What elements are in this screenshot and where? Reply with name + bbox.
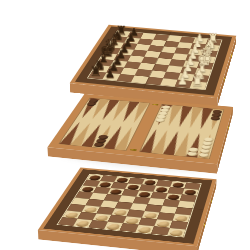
checkers-square: [153, 186, 170, 193]
backgammon-checker-light: [201, 145, 212, 150]
chess-board: ♜♟♟♜♞♟♟♞♝♟♟♝♛♟♟♛♚♟♟♚♝♟♟♝♞♟♟♞♜♟♟♜: [70, 25, 237, 98]
backgammon-checker-dark: [98, 135, 109, 140]
brass-latch: [204, 222, 205, 229]
backgammon-point-bottom: [103, 125, 126, 149]
backgammon-checker-dark: [86, 102, 96, 106]
chess-playing-field: ♜♟♟♜♞♟♟♞♝♟♟♝♛♟♟♛♚♟♟♚♝♟♟♝♞♟♟♞♜♟♟♜: [87, 30, 223, 90]
chess-square: [131, 50, 148, 57]
chess-piece-white-rook: ♜: [191, 74, 204, 88]
backgammon-left-field: [58, 98, 150, 151]
backgammon-point-bottom: [59, 121, 84, 144]
checker-disc-light: [157, 220, 170, 226]
backgammon-point-bottom: [151, 130, 172, 155]
backgammon-point-bottom: [114, 126, 137, 150]
checkers-square: [89, 220, 108, 229]
chess-piece-black-pawn: ♟: [105, 68, 115, 80]
backgammon-checker-dark: [94, 142, 106, 147]
checkers-square: [180, 194, 197, 202]
checker-disc-light: [107, 223, 121, 229]
backgammon-point-bottom: [163, 131, 183, 156]
backgammon-checker-light: [200, 148, 211, 153]
checker-disc-dark: [156, 187, 168, 192]
product-photo-canvas: ♜♟♟♜♞♟♟♞♝♟♟♝♛♟♟♛♚♟♟♚♝♟♟♝♞♟♟♞♜♟♟♜: [0, 0, 250, 250]
brass-latch: [222, 146, 223, 153]
checker-disc-light: [95, 214, 109, 220]
checkers-square: [123, 216, 142, 225]
checker-disc-light: [138, 226, 152, 233]
backgammon-checker-light: [199, 152, 210, 157]
backgammon-board: [47, 94, 233, 164]
chess-piece-black-rook: ♜: [89, 65, 101, 79]
checker-disc-dark: [89, 175, 102, 180]
checker-disc-light: [76, 220, 90, 226]
backgammon-point-bottom: [70, 122, 95, 146]
backgammon-point-bottom: [174, 132, 194, 157]
backgammon-point-bottom: [92, 124, 116, 148]
backgammon-checker-dark: [210, 116, 220, 120]
backgammon-point-bottom: [140, 129, 162, 153]
checkers-playing-field: [57, 174, 202, 238]
checker-disc-dark: [81, 186, 94, 191]
brass-latch: [211, 197, 212, 203]
chess-square: ♜: [190, 81, 207, 89]
checker-disc-light: [126, 217, 140, 223]
checkers-square: [167, 228, 186, 237]
brass-hinge: [152, 104, 158, 106]
backgammon-point-bottom: [186, 133, 205, 158]
brass-latch: [224, 76, 225, 82]
checkers-square: [130, 203, 148, 211]
backgammon-point-bottom: [197, 134, 216, 159]
backgammon-checker-light: [202, 141, 213, 146]
backgammon-checker-light: [155, 118, 165, 123]
checker-disc-dark: [127, 184, 140, 189]
checker-disc-dark: [167, 194, 179, 200]
backgammon-checker-dark: [96, 138, 107, 143]
backgammon-checker-light: [187, 151, 198, 156]
brass-hinge: [130, 149, 137, 151]
checker-disc-dark: [99, 182, 112, 187]
checkers-square: [104, 222, 123, 231]
checker-disc-light: [65, 212, 79, 218]
checker-disc-light: [84, 206, 98, 212]
checkers-square: [118, 195, 136, 203]
brass-latch: [231, 53, 232, 59]
checkers-board: [38, 168, 217, 247]
brass-latch: [228, 124, 229, 130]
chess-piece-white-pawn: ♟: [177, 75, 188, 87]
backgammon-point-bottom: [81, 123, 105, 147]
checker-disc-light: [170, 229, 184, 236]
backgammon-checker-light: [188, 147, 199, 152]
checkers-square: [163, 199, 180, 207]
checker-disc-light: [175, 215, 188, 221]
checkers-square: [135, 225, 154, 234]
backgammon-checker-light: [204, 137, 215, 142]
